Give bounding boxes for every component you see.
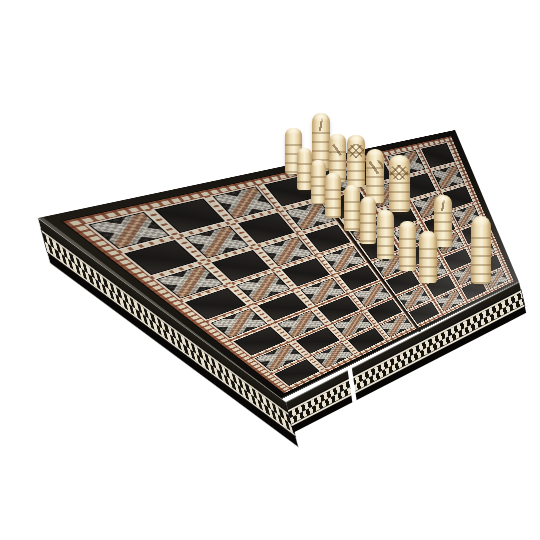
chess-piece-rook xyxy=(471,216,491,284)
bishop-carving-mark xyxy=(330,144,345,156)
queen-carving-mark xyxy=(348,144,364,158)
chess-piece-pawn xyxy=(399,221,416,271)
chess-piece-pawn xyxy=(360,197,376,244)
chess-piece-pawn xyxy=(325,173,341,218)
chess-piece-pawn xyxy=(377,210,394,259)
knight-carving-mark xyxy=(435,200,451,211)
chess-piece-pawn xyxy=(344,185,360,231)
king-carving-mark xyxy=(390,165,409,180)
chess-piece-king xyxy=(389,155,410,212)
chess-piece-queen xyxy=(347,135,365,187)
chess-piece-pawn xyxy=(419,231,437,283)
knight-carving-mark xyxy=(313,118,329,131)
chess-piece-pawn xyxy=(297,148,312,190)
product-photo-scene xyxy=(0,0,540,540)
chess-piece-pawn xyxy=(311,160,326,204)
chess-piece-bishop xyxy=(366,149,384,203)
chess-pieces-layer xyxy=(0,0,540,540)
bishop-carving-mark xyxy=(367,160,383,174)
